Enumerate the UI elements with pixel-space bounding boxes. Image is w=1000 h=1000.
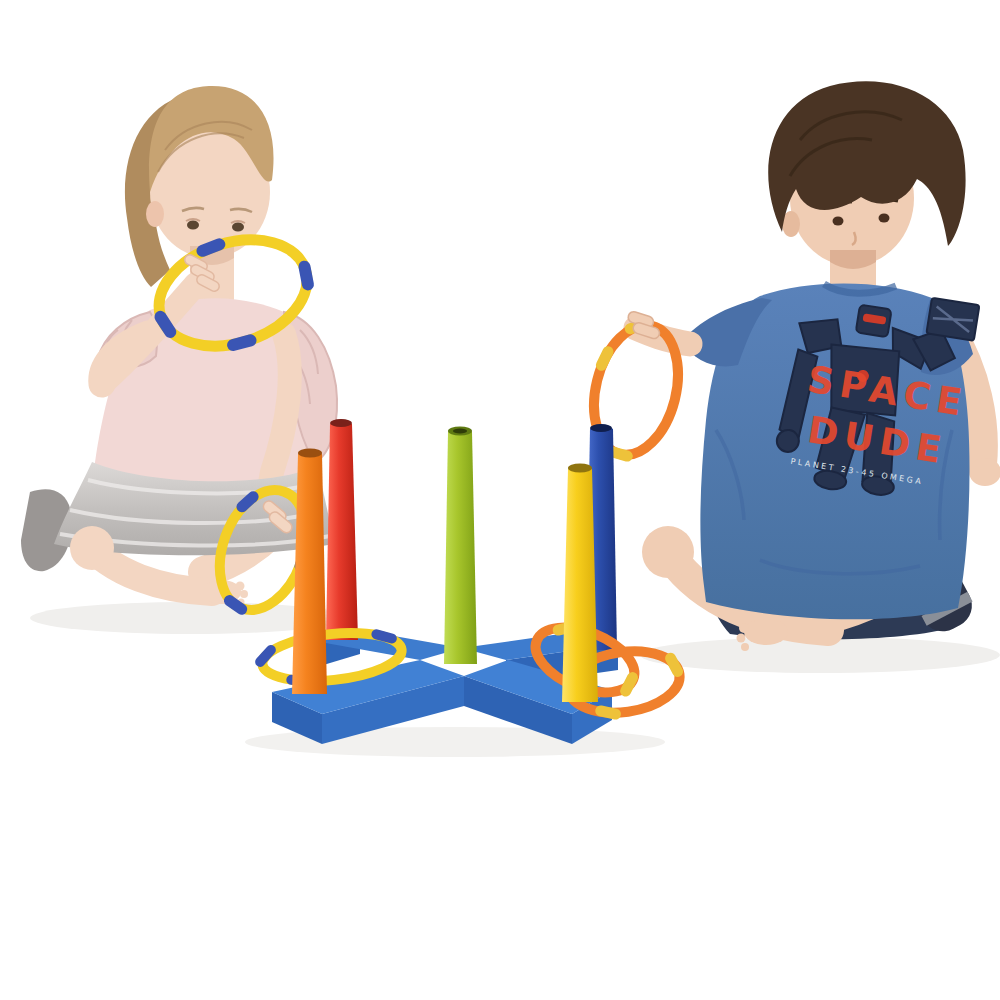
girl-figure [21,86,337,631]
boy-hand-left [969,458,1000,486]
boy-eye-right [879,214,890,223]
girl-eye-left [187,221,199,230]
ring-toss-set [251,419,690,744]
peg-green [444,427,477,665]
girl-eye-right [232,223,244,232]
product-photo: SPACE DUDE PLANET 23-45 OMEGA [0,0,1000,1000]
peg-orange [292,449,327,695]
peg-red [326,419,358,640]
boy-figure: SPACE DUDE PLANET 23-45 OMEGA [574,81,1000,651]
peg-yellow [562,464,598,703]
boy-eye-left [833,217,844,226]
girl-knee [70,526,114,570]
girl-ear [146,201,164,227]
scene-illustration: SPACE DUDE PLANET 23-45 OMEGA [0,0,1000,1000]
boy-knee [642,526,694,578]
